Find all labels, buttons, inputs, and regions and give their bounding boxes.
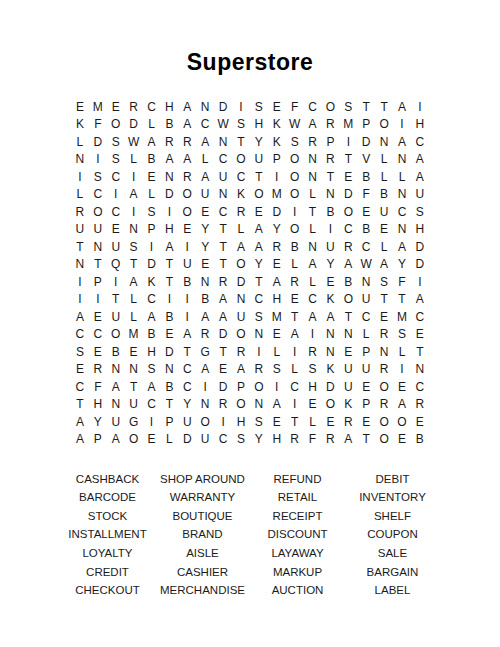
grid-cell-r9c7[interactable]: I	[178, 238, 196, 256]
grid-cell-r7c13[interactable]: I	[286, 203, 304, 221]
grid-cell-r10c2[interactable]: T	[89, 256, 107, 274]
grid-cell-r9c15[interactable]: U	[321, 238, 339, 256]
grid-cell-r12c4[interactable]: L	[125, 291, 143, 309]
grid-cell-r9c19[interactable]: A	[393, 238, 411, 256]
grid-cell-r4c8[interactable]: L	[196, 151, 214, 169]
grid-cell-r6c7[interactable]: O	[178, 186, 196, 204]
grid-cell-r11c9[interactable]: R	[214, 273, 232, 291]
grid-cell-r3c17[interactable]: D	[357, 133, 375, 151]
grid-cell-r12c8[interactable]: B	[196, 291, 214, 309]
grid-cell-r18c8[interactable]: N	[196, 396, 214, 414]
grid-cell-r5c14[interactable]: N	[304, 168, 322, 186]
grid-cell-r7c17[interactable]: E	[357, 203, 375, 221]
grid-cell-r8c15[interactable]: I	[321, 221, 339, 239]
grid-cell-r14c11[interactable]: N	[250, 326, 268, 344]
grid-cell-r12c9[interactable]: A	[214, 291, 232, 309]
grid-cell-r8c6[interactable]: H	[160, 221, 178, 239]
grid-cell-r9c5[interactable]: I	[143, 238, 161, 256]
grid-cell-r8c1[interactable]: U	[71, 221, 89, 239]
grid-cell-r17c19[interactable]: E	[393, 378, 411, 396]
grid-cell-r1c7[interactable]: A	[178, 98, 196, 116]
grid-cell-r3c8[interactable]: A	[196, 133, 214, 151]
grid-cell-r7c7[interactable]: O	[178, 203, 196, 221]
grid-cell-r14c5[interactable]: B	[143, 326, 161, 344]
grid-cell-r15c13[interactable]: I	[286, 343, 304, 361]
grid-cell-r2c18[interactable]: O	[375, 116, 393, 134]
grid-cell-r8c3[interactable]: E	[107, 221, 125, 239]
grid-cell-r12c17[interactable]: U	[357, 291, 375, 309]
grid-cell-r2c6[interactable]: B	[160, 116, 178, 134]
grid-cell-r14c3[interactable]: O	[107, 326, 125, 344]
grid-cell-r16c12[interactable]: S	[268, 361, 286, 379]
grid-cell-r9c14[interactable]: N	[304, 238, 322, 256]
grid-cell-r12c11[interactable]: C	[250, 291, 268, 309]
grid-cell-r9c4[interactable]: S	[125, 238, 143, 256]
grid-cell-r19c10[interactable]: H	[232, 413, 250, 431]
grid-cell-r16c6[interactable]: N	[160, 361, 178, 379]
grid-cell-r1c14[interactable]: C	[304, 98, 322, 116]
grid-cell-r15c19[interactable]: L	[393, 343, 411, 361]
grid-cell-r11c10[interactable]: D	[232, 273, 250, 291]
grid-cell-r8c13[interactable]: O	[286, 221, 304, 239]
grid-cell-r16c18[interactable]: R	[375, 361, 393, 379]
grid-cell-r17c2[interactable]: F	[89, 378, 107, 396]
grid-cell-r10c16[interactable]: A	[339, 256, 357, 274]
grid-cell-r15c17[interactable]: P	[357, 343, 375, 361]
grid-cell-r5c16[interactable]: E	[339, 168, 357, 186]
grid-cell-r16c5[interactable]: S	[143, 361, 161, 379]
grid-cell-r1c6[interactable]: H	[160, 98, 178, 116]
grid-cell-r6c14[interactable]: L	[304, 186, 322, 204]
grid-cell-r13c5[interactable]: A	[143, 308, 161, 326]
grid-cell-r1c4[interactable]: R	[125, 98, 143, 116]
grid-cell-r20c13[interactable]: R	[286, 431, 304, 449]
grid-cell-r3c19[interactable]: A	[393, 133, 411, 151]
grid-cell-r1c1[interactable]: E	[71, 98, 89, 116]
grid-cell-r18c17[interactable]: P	[357, 396, 375, 414]
grid-cell-r12c1[interactable]: I	[71, 291, 89, 309]
grid-cell-r5c15[interactable]: T	[321, 168, 339, 186]
grid-cell-r15c15[interactable]: N	[321, 343, 339, 361]
grid-cell-r10c11[interactable]: Y	[250, 256, 268, 274]
grid-cell-r12c20[interactable]: A	[411, 291, 429, 309]
grid-cell-r18c14[interactable]: E	[304, 396, 322, 414]
grid-cell-r7c1[interactable]: R	[71, 203, 89, 221]
grid-cell-r1c13[interactable]: F	[286, 98, 304, 116]
grid-cell-r10c6[interactable]: T	[160, 256, 178, 274]
grid-cell-r16c4[interactable]: N	[125, 361, 143, 379]
grid-cell-r3c4[interactable]: W	[125, 133, 143, 151]
grid-cell-r19c1[interactable]: A	[71, 413, 89, 431]
grid-cell-r17c6[interactable]: B	[160, 378, 178, 396]
grid-cell-r4c14[interactable]: N	[304, 151, 322, 169]
grid-cell-r5c9[interactable]: U	[214, 168, 232, 186]
grid-cell-r9c6[interactable]: A	[160, 238, 178, 256]
grid-cell-r20c15[interactable]: R	[321, 431, 339, 449]
grid-cell-r3c1[interactable]: L	[71, 133, 89, 151]
grid-cell-r2c1[interactable]: K	[71, 116, 89, 134]
grid-cell-r14c17[interactable]: L	[357, 326, 375, 344]
grid-cell-r16c1[interactable]: E	[71, 361, 89, 379]
grid-cell-r8c10[interactable]: L	[232, 221, 250, 239]
grid-cell-r5c19[interactable]: L	[393, 168, 411, 186]
grid-cell-r11c3[interactable]: I	[107, 273, 125, 291]
grid-cell-r19c8[interactable]: O	[196, 413, 214, 431]
grid-cell-r7c11[interactable]: E	[250, 203, 268, 221]
grid-cell-r15c6[interactable]: D	[160, 343, 178, 361]
grid-cell-r13c14[interactable]: A	[304, 308, 322, 326]
grid-cell-r1c12[interactable]: E	[268, 98, 286, 116]
grid-cell-r18c20[interactable]: R	[411, 396, 429, 414]
grid-cell-r19c14[interactable]: L	[304, 413, 322, 431]
grid-cell-r5c3[interactable]: C	[107, 168, 125, 186]
grid-cell-r6c18[interactable]: B	[375, 186, 393, 204]
grid-cell-r4c6[interactable]: A	[160, 151, 178, 169]
grid-cell-r1c15[interactable]: O	[321, 98, 339, 116]
grid-cell-r14c18[interactable]: R	[375, 326, 393, 344]
grid-cell-r2c4[interactable]: D	[125, 116, 143, 134]
grid-cell-r2c16[interactable]: M	[339, 116, 357, 134]
grid-cell-r11c20[interactable]: I	[411, 273, 429, 291]
grid-cell-r14c4[interactable]: M	[125, 326, 143, 344]
grid-cell-r9c11[interactable]: A	[250, 238, 268, 256]
grid-cell-r17c10[interactable]: P	[232, 378, 250, 396]
grid-cell-r18c15[interactable]: O	[321, 396, 339, 414]
grid-cell-r6c16[interactable]: D	[339, 186, 357, 204]
grid-cell-r7c15[interactable]: B	[321, 203, 339, 221]
grid-cell-r19c12[interactable]: E	[268, 413, 286, 431]
grid-cell-r8c20[interactable]: H	[411, 221, 429, 239]
grid-cell-r6c19[interactable]: N	[393, 186, 411, 204]
grid-cell-r7c20[interactable]: S	[411, 203, 429, 221]
grid-cell-r5c11[interactable]: T	[250, 168, 268, 186]
grid-cell-r2c11[interactable]: H	[250, 116, 268, 134]
grid-cell-r20c18[interactable]: O	[375, 431, 393, 449]
grid-cell-r17c20[interactable]: C	[411, 378, 429, 396]
grid-cell-r15c3[interactable]: B	[107, 343, 125, 361]
grid-cell-r19c3[interactable]: U	[107, 413, 125, 431]
grid-cell-r8c7[interactable]: E	[178, 221, 196, 239]
grid-cell-r5c4[interactable]: I	[125, 168, 143, 186]
grid-cell-r4c15[interactable]: R	[321, 151, 339, 169]
grid-cell-r19c18[interactable]: O	[375, 413, 393, 431]
grid-cell-r3c3[interactable]: S	[107, 133, 125, 151]
grid-cell-r3c9[interactable]: N	[214, 133, 232, 151]
grid-cell-r20c17[interactable]: T	[357, 431, 375, 449]
grid-cell-r5c20[interactable]: A	[411, 168, 429, 186]
grid-cell-r13c18[interactable]: E	[375, 308, 393, 326]
grid-cell-r6c13[interactable]: O	[286, 186, 304, 204]
grid-cell-r2c5[interactable]: L	[143, 116, 161, 134]
grid-cell-r1c11[interactable]: S	[250, 98, 268, 116]
grid-cell-r6c9[interactable]: N	[214, 186, 232, 204]
grid-cell-r3c18[interactable]: N	[375, 133, 393, 151]
grid-cell-r16c17[interactable]: U	[357, 361, 375, 379]
grid-cell-r5c6[interactable]: N	[160, 168, 178, 186]
grid-cell-r18c16[interactable]: K	[339, 396, 357, 414]
grid-cell-r4c7[interactable]: A	[178, 151, 196, 169]
grid-cell-r4c12[interactable]: P	[268, 151, 286, 169]
grid-cell-r16c10[interactable]: A	[232, 361, 250, 379]
grid-cell-r13c6[interactable]: B	[160, 308, 178, 326]
grid-cell-r14c16[interactable]: N	[339, 326, 357, 344]
grid-cell-r14c7[interactable]: A	[178, 326, 196, 344]
grid-cell-r6c6[interactable]: D	[160, 186, 178, 204]
grid-cell-r15c5[interactable]: H	[143, 343, 161, 361]
grid-cell-r14c2[interactable]: C	[89, 326, 107, 344]
grid-cell-r3c15[interactable]: P	[321, 133, 339, 151]
grid-cell-r15c10[interactable]: R	[232, 343, 250, 361]
grid-cell-r17c3[interactable]: A	[107, 378, 125, 396]
grid-cell-r13c4[interactable]: L	[125, 308, 143, 326]
grid-cell-r11c13[interactable]: R	[286, 273, 304, 291]
grid-cell-r13c7[interactable]: I	[178, 308, 196, 326]
grid-cell-r13c11[interactable]: S	[250, 308, 268, 326]
grid-cell-r13c16[interactable]: T	[339, 308, 357, 326]
grid-cell-r10c9[interactable]: T	[214, 256, 232, 274]
grid-cell-r20c16[interactable]: A	[339, 431, 357, 449]
grid-cell-r17c16[interactable]: U	[339, 378, 357, 396]
grid-cell-r2c3[interactable]: O	[107, 116, 125, 134]
grid-cell-r19c17[interactable]: E	[357, 413, 375, 431]
grid-cell-r6c17[interactable]: F	[357, 186, 375, 204]
grid-cell-r19c20[interactable]: E	[411, 413, 429, 431]
grid-cell-r11c11[interactable]: T	[250, 273, 268, 291]
grid-cell-r3c11[interactable]: Y	[250, 133, 268, 151]
grid-cell-r2c13[interactable]: W	[286, 116, 304, 134]
grid-cell-r5c2[interactable]: S	[89, 168, 107, 186]
grid-cell-r10c3[interactable]: Q	[107, 256, 125, 274]
grid-cell-r15c16[interactable]: E	[339, 343, 357, 361]
grid-cell-r16c3[interactable]: N	[107, 361, 125, 379]
grid-cell-r10c1[interactable]: N	[71, 256, 89, 274]
grid-cell-r2c19[interactable]: I	[393, 116, 411, 134]
grid-cell-r8c5[interactable]: P	[143, 221, 161, 239]
grid-cell-r20c8[interactable]: U	[196, 431, 214, 449]
grid-cell-r18c5[interactable]: C	[143, 396, 161, 414]
grid-cell-r2c17[interactable]: P	[357, 116, 375, 134]
grid-cell-r3c16[interactable]: I	[339, 133, 357, 151]
grid-cell-r11c15[interactable]: E	[321, 273, 339, 291]
grid-cell-r4c1[interactable]: N	[71, 151, 89, 169]
grid-cell-r16c13[interactable]: L	[286, 361, 304, 379]
grid-cell-r19c13[interactable]: T	[286, 413, 304, 431]
grid-cell-r2c15[interactable]: R	[321, 116, 339, 134]
grid-cell-r19c16[interactable]: R	[339, 413, 357, 431]
grid-cell-r17c15[interactable]: D	[321, 378, 339, 396]
grid-cell-r16c19[interactable]: I	[393, 361, 411, 379]
grid-cell-r9c10[interactable]: A	[232, 238, 250, 256]
grid-cell-r1c9[interactable]: D	[214, 98, 232, 116]
grid-cell-r6c10[interactable]: K	[232, 186, 250, 204]
grid-cell-r7c12[interactable]: D	[268, 203, 286, 221]
grid-cell-r18c18[interactable]: R	[375, 396, 393, 414]
grid-cell-r12c13[interactable]: E	[286, 291, 304, 309]
grid-cell-r7c16[interactable]: O	[339, 203, 357, 221]
grid-cell-r18c9[interactable]: R	[214, 396, 232, 414]
grid-cell-r7c9[interactable]: C	[214, 203, 232, 221]
grid-cell-r6c4[interactable]: A	[125, 186, 143, 204]
grid-cell-r7c10[interactable]: R	[232, 203, 250, 221]
grid-cell-r20c9[interactable]: C	[214, 431, 232, 449]
grid-cell-r10c20[interactable]: D	[411, 256, 429, 274]
grid-cell-r20c1[interactable]: A	[71, 431, 89, 449]
grid-cell-r10c12[interactable]: E	[268, 256, 286, 274]
grid-cell-r9c20[interactable]: D	[411, 238, 429, 256]
grid-cell-r13c13[interactable]: T	[286, 308, 304, 326]
grid-cell-r8c18[interactable]: E	[375, 221, 393, 239]
grid-cell-r12c10[interactable]: N	[232, 291, 250, 309]
grid-cell-r7c3[interactable]: C	[107, 203, 125, 221]
grid-cell-r11c8[interactable]: N	[196, 273, 214, 291]
grid-cell-r15c1[interactable]: S	[71, 343, 89, 361]
grid-cell-r13c12[interactable]: M	[268, 308, 286, 326]
grid-cell-r1c19[interactable]: A	[393, 98, 411, 116]
grid-cell-r12c7[interactable]: I	[178, 291, 196, 309]
grid-cell-r19c5[interactable]: I	[143, 413, 161, 431]
grid-cell-r2c8[interactable]: C	[196, 116, 214, 134]
grid-cell-r9c18[interactable]: L	[375, 238, 393, 256]
grid-cell-r9c8[interactable]: Y	[196, 238, 214, 256]
grid-cell-r3c12[interactable]: K	[268, 133, 286, 151]
grid-cell-r15c20[interactable]: T	[411, 343, 429, 361]
grid-cell-r11c19[interactable]: F	[393, 273, 411, 291]
grid-cell-r9c9[interactable]: T	[214, 238, 232, 256]
grid-cell-r17c14[interactable]: H	[304, 378, 322, 396]
grid-cell-r2c2[interactable]: F	[89, 116, 107, 134]
grid-cell-r11c17[interactable]: N	[357, 273, 375, 291]
grid-cell-r6c11[interactable]: O	[250, 186, 268, 204]
grid-cell-r18c10[interactable]: O	[232, 396, 250, 414]
grid-cell-r18c13[interactable]: I	[286, 396, 304, 414]
grid-cell-r17c1[interactable]: C	[71, 378, 89, 396]
grid-cell-r1c3[interactable]: E	[107, 98, 125, 116]
grid-cell-r19c11[interactable]: S	[250, 413, 268, 431]
grid-cell-r13c20[interactable]: C	[411, 308, 429, 326]
grid-cell-r13c3[interactable]: U	[107, 308, 125, 326]
grid-cell-r1c10[interactable]: I	[232, 98, 250, 116]
grid-cell-r19c19[interactable]: O	[393, 413, 411, 431]
grid-cell-r1c5[interactable]: C	[143, 98, 161, 116]
grid-cell-r12c3[interactable]: T	[107, 291, 125, 309]
grid-cell-r4c4[interactable]: L	[125, 151, 143, 169]
grid-cell-r5c13[interactable]: O	[286, 168, 304, 186]
grid-cell-r17c17[interactable]: E	[357, 378, 375, 396]
grid-cell-r11c5[interactable]: K	[143, 273, 161, 291]
grid-cell-r13c2[interactable]: E	[89, 308, 107, 326]
grid-cell-r19c6[interactable]: P	[160, 413, 178, 431]
grid-cell-r6c20[interactable]: U	[411, 186, 429, 204]
grid-cell-r1c17[interactable]: T	[357, 98, 375, 116]
grid-cell-r20c19[interactable]: E	[393, 431, 411, 449]
grid-cell-r4c11[interactable]: U	[250, 151, 268, 169]
grid-cell-r11c4[interactable]: A	[125, 273, 143, 291]
grid-cell-r15c11[interactable]: I	[250, 343, 268, 361]
grid-cell-r12c2[interactable]: I	[89, 291, 107, 309]
grid-cell-r11c1[interactable]: I	[71, 273, 89, 291]
grid-cell-r18c2[interactable]: H	[89, 396, 107, 414]
grid-cell-r10c19[interactable]: Y	[393, 256, 411, 274]
grid-cell-r11c2[interactable]: P	[89, 273, 107, 291]
grid-cell-r4c3[interactable]: S	[107, 151, 125, 169]
grid-cell-r8c11[interactable]: A	[250, 221, 268, 239]
grid-cell-r10c17[interactable]: W	[357, 256, 375, 274]
grid-cell-r4c16[interactable]: T	[339, 151, 357, 169]
grid-cell-r17c4[interactable]: T	[125, 378, 143, 396]
grid-cell-r12c16[interactable]: O	[339, 291, 357, 309]
grid-cell-r10c14[interactable]: A	[304, 256, 322, 274]
grid-cell-r5c10[interactable]: C	[232, 168, 250, 186]
grid-cell-r20c4[interactable]: O	[125, 431, 143, 449]
grid-cell-r17c18[interactable]: O	[375, 378, 393, 396]
grid-cell-r9c2[interactable]: N	[89, 238, 107, 256]
grid-cell-r19c15[interactable]: E	[321, 413, 339, 431]
grid-cell-r4c2[interactable]: I	[89, 151, 107, 169]
grid-cell-r10c8[interactable]: E	[196, 256, 214, 274]
grid-cell-r20c20[interactable]: B	[411, 431, 429, 449]
grid-cell-r6c12[interactable]: M	[268, 186, 286, 204]
grid-cell-r17c9[interactable]: D	[214, 378, 232, 396]
grid-cell-r12c15[interactable]: K	[321, 291, 339, 309]
grid-cell-r17c8[interactable]: I	[196, 378, 214, 396]
grid-cell-r19c4[interactable]: G	[125, 413, 143, 431]
grid-cell-r6c5[interactable]: L	[143, 186, 161, 204]
grid-cell-r16c7[interactable]: C	[178, 361, 196, 379]
grid-cell-r12c12[interactable]: H	[268, 291, 286, 309]
grid-cell-r14c10[interactable]: O	[232, 326, 250, 344]
grid-cell-r1c8[interactable]: N	[196, 98, 214, 116]
grid-cell-r19c7[interactable]: U	[178, 413, 196, 431]
grid-cell-r13c19[interactable]: M	[393, 308, 411, 326]
grid-cell-r4c17[interactable]: V	[357, 151, 375, 169]
grid-cell-r17c5[interactable]: A	[143, 378, 161, 396]
grid-cell-r18c12[interactable]: A	[268, 396, 286, 414]
grid-cell-r10c4[interactable]: T	[125, 256, 143, 274]
grid-cell-r3c2[interactable]: D	[89, 133, 107, 151]
grid-cell-r18c11[interactable]: N	[250, 396, 268, 414]
grid-cell-r16c8[interactable]: A	[196, 361, 214, 379]
grid-cell-r11c14[interactable]: L	[304, 273, 322, 291]
grid-cell-r5c1[interactable]: I	[71, 168, 89, 186]
grid-cell-r18c3[interactable]: N	[107, 396, 125, 414]
grid-cell-r1c2[interactable]: M	[89, 98, 107, 116]
grid-cell-r3c6[interactable]: R	[160, 133, 178, 151]
grid-cell-r17c12[interactable]: I	[268, 378, 286, 396]
grid-cell-r15c8[interactable]: G	[196, 343, 214, 361]
grid-cell-r20c10[interactable]: S	[232, 431, 250, 449]
grid-cell-r7c6[interactable]: I	[160, 203, 178, 221]
grid-cell-r4c20[interactable]: A	[411, 151, 429, 169]
grid-cell-r12c14[interactable]: C	[304, 291, 322, 309]
grid-cell-r9c16[interactable]: R	[339, 238, 357, 256]
grid-cell-r19c2[interactable]: Y	[89, 413, 107, 431]
grid-cell-r20c2[interactable]: P	[89, 431, 107, 449]
grid-cell-r12c6[interactable]: I	[160, 291, 178, 309]
grid-cell-r20c14[interactable]: F	[304, 431, 322, 449]
grid-cell-r11c7[interactable]: B	[178, 273, 196, 291]
grid-cell-r15c9[interactable]: T	[214, 343, 232, 361]
grid-cell-r14c1[interactable]: C	[71, 326, 89, 344]
grid-cell-r5c5[interactable]: E	[143, 168, 161, 186]
grid-cell-r6c8[interactable]: U	[196, 186, 214, 204]
grid-cell-r17c11[interactable]: O	[250, 378, 268, 396]
grid-cell-r14c6[interactable]: E	[160, 326, 178, 344]
grid-cell-r6c2[interactable]: C	[89, 186, 107, 204]
grid-cell-r16c9[interactable]: E	[214, 361, 232, 379]
grid-cell-r11c12[interactable]: A	[268, 273, 286, 291]
grid-cell-r13c10[interactable]: U	[232, 308, 250, 326]
grid-cell-r5c12[interactable]: I	[268, 168, 286, 186]
